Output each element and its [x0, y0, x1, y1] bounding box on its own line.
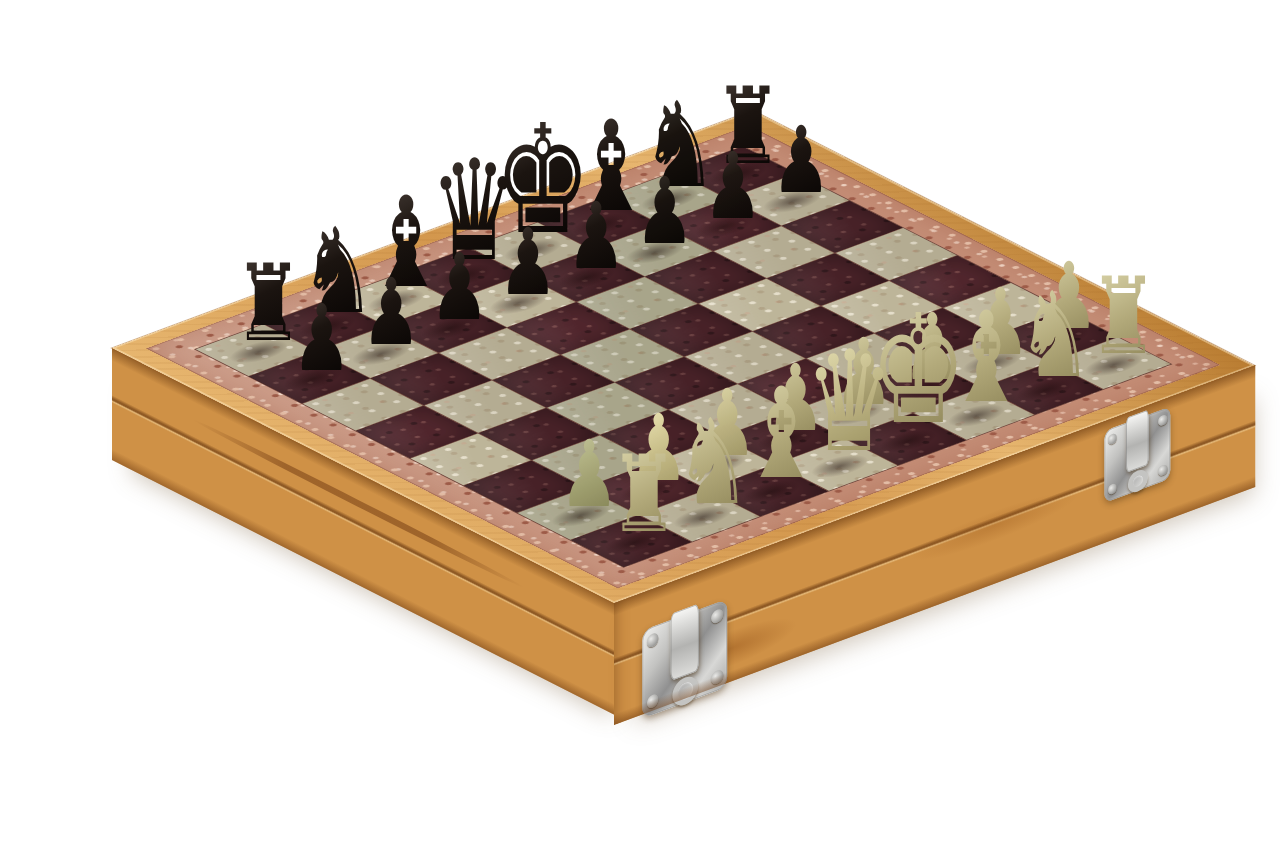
latch-hasp	[670, 603, 699, 681]
piece-black-pawn[interactable]: ♟	[268, 292, 375, 384]
piece-white-rook[interactable]: ♜	[590, 441, 697, 547]
latch-icon	[1104, 407, 1170, 504]
wood-knot	[909, 479, 1079, 572]
latch-icon	[642, 599, 727, 719]
square-a1[interactable]: ♜	[571, 515, 691, 567]
latch-hasp	[1126, 410, 1148, 473]
chess-box-scene: ♜♞♝♛♚♝♞♜♟♟♟♟♟♟♟♟♟♟♟♟♟♟♟♟♜♞♝♛♚♝♞♜	[0, 0, 1280, 849]
